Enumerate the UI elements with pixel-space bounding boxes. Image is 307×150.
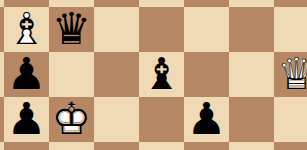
black-bishop-piece: ♝ bbox=[139, 52, 184, 97]
black-piece-glyph: ♛ bbox=[49, 7, 94, 52]
square-h8[interactable] bbox=[274, 0, 307, 7]
white-piece-outline-glyph: ♗ bbox=[4, 7, 49, 52]
chessboard: ♝♗♛♟♝♛♕♟♚♔♟ bbox=[0, 0, 307, 150]
square-d6[interactable] bbox=[94, 52, 139, 97]
square-d8[interactable] bbox=[94, 0, 139, 7]
black-pawn-piece: ♟ bbox=[184, 97, 229, 142]
square-c5[interactable]: ♚♔ bbox=[49, 97, 94, 142]
black-piece-glyph: ♟ bbox=[4, 52, 49, 97]
white-king-piece: ♚♔ bbox=[49, 97, 94, 142]
square-c8[interactable] bbox=[49, 0, 94, 7]
square-g5[interactable] bbox=[229, 97, 274, 142]
square-c7[interactable]: ♛ bbox=[49, 7, 94, 52]
square-b6[interactable]: ♟ bbox=[4, 52, 49, 97]
square-d7[interactable] bbox=[94, 7, 139, 52]
black-queen-piece: ♛ bbox=[49, 7, 94, 52]
white-queen-piece: ♛♕ bbox=[274, 52, 307, 97]
square-f6[interactable] bbox=[184, 52, 229, 97]
black-piece-glyph: ♝ bbox=[139, 52, 184, 97]
white-piece-fill-glyph: ♝ bbox=[5, 8, 47, 50]
square-g8[interactable] bbox=[229, 0, 274, 7]
square-h7[interactable] bbox=[274, 7, 307, 52]
square-d5[interactable] bbox=[94, 97, 139, 142]
square-b7[interactable]: ♝♗ bbox=[4, 7, 49, 52]
square-g6[interactable] bbox=[229, 52, 274, 97]
black-piece-glyph: ♟ bbox=[184, 97, 229, 142]
square-d4[interactable] bbox=[94, 142, 139, 150]
square-e6[interactable]: ♝ bbox=[139, 52, 184, 97]
square-g7[interactable] bbox=[229, 7, 274, 52]
chessboard-viewport: ♝♗♛♟♝♛♕♟♚♔♟ bbox=[0, 0, 307, 150]
square-c4[interactable] bbox=[49, 142, 94, 150]
white-piece-outline-glyph: ♕ bbox=[274, 52, 307, 97]
square-b8[interactable] bbox=[4, 0, 49, 7]
black-pawn-piece: ♟ bbox=[4, 52, 49, 97]
square-b5[interactable]: ♟ bbox=[4, 97, 49, 142]
white-piece-outline-glyph: ♔ bbox=[49, 97, 94, 142]
white-piece-fill-glyph: ♛ bbox=[275, 53, 307, 95]
square-c6[interactable] bbox=[49, 52, 94, 97]
square-h5[interactable] bbox=[274, 97, 307, 142]
white-piece-fill-glyph: ♚ bbox=[50, 98, 92, 140]
square-f8[interactable] bbox=[184, 0, 229, 7]
square-b4[interactable] bbox=[4, 142, 49, 150]
square-e8[interactable] bbox=[139, 0, 184, 7]
square-h6[interactable]: ♛♕ bbox=[274, 52, 307, 97]
square-f4[interactable] bbox=[184, 142, 229, 150]
black-pawn-piece: ♟ bbox=[4, 97, 49, 142]
square-f5[interactable]: ♟ bbox=[184, 97, 229, 142]
square-g4[interactable] bbox=[229, 142, 274, 150]
square-h4[interactable] bbox=[274, 142, 307, 150]
square-e4[interactable] bbox=[139, 142, 184, 150]
white-bishop-piece: ♝♗ bbox=[4, 7, 49, 52]
square-e5[interactable] bbox=[139, 97, 184, 142]
square-f7[interactable] bbox=[184, 7, 229, 52]
square-e7[interactable] bbox=[139, 7, 184, 52]
black-piece-glyph: ♟ bbox=[4, 97, 49, 142]
